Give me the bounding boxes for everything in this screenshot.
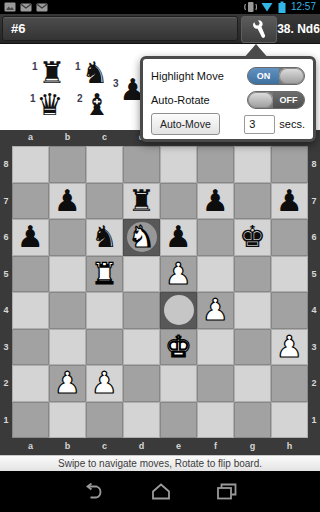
- coord-label: 2: [0, 365, 12, 402]
- app-screen: 12:57 #6 38. Nd6 1 ♜ 1 ♞ 3 ♟: [0, 0, 320, 512]
- square-d3[interactable]: [123, 329, 160, 366]
- highlight-move-toggle[interactable]: ON: [247, 67, 305, 85]
- square-b1[interactable]: [49, 402, 86, 439]
- clock: 12:57: [291, 0, 316, 14]
- wrench-icon: [249, 20, 269, 40]
- coord-label: 4: [308, 292, 320, 329]
- square-e8[interactable]: [160, 146, 197, 183]
- square-h7[interactable]: ♟: [271, 183, 308, 220]
- back-button[interactable]: [82, 483, 106, 500]
- square-f5[interactable]: [197, 256, 234, 293]
- square-f3[interactable]: [197, 329, 234, 366]
- square-h2[interactable]: [271, 365, 308, 402]
- square-e5[interactable]: ♟: [160, 256, 197, 293]
- highlight-move-label: Highlight Move: [151, 70, 224, 82]
- app-bar: #6 38. Nd6: [0, 14, 320, 44]
- coord-label: 4: [0, 292, 12, 329]
- coord-label: 6: [308, 219, 320, 256]
- captured-count: 1: [32, 61, 38, 72]
- email-icon: [20, 3, 32, 12]
- black-pawn[interactable]: ♟: [202, 186, 229, 216]
- auto-rotate-label: Auto-Rotate: [151, 94, 210, 106]
- coord-label: 7: [308, 183, 320, 220]
- file-labels-bottom: abcdefgh: [12, 439, 308, 454]
- square-g7[interactable]: [234, 183, 271, 220]
- square-c1[interactable]: [86, 402, 123, 439]
- coord-label: f: [197, 439, 234, 454]
- square-c5[interactable]: ♜: [86, 256, 123, 293]
- black-knight[interactable]: ♞: [91, 222, 118, 252]
- square-h6[interactable]: [271, 219, 308, 256]
- square-a6[interactable]: ♟: [12, 219, 49, 256]
- black-king[interactable]: ♚: [239, 222, 266, 252]
- auto-move-button[interactable]: Auto-Move: [151, 113, 220, 135]
- captured-rooks: 1 ♜: [32, 58, 65, 88]
- home-button[interactable]: [150, 483, 172, 500]
- coord-label: a: [12, 439, 49, 454]
- coord-label: 8: [0, 146, 12, 183]
- square-b5[interactable]: [49, 256, 86, 293]
- coord-label: 1: [0, 402, 12, 439]
- square-g1[interactable]: [234, 402, 271, 439]
- coord-label: 3: [308, 329, 320, 366]
- rank-labels-right: 87654321: [308, 146, 320, 438]
- captured-count: 2: [77, 93, 83, 104]
- square-c8[interactable]: [86, 146, 123, 183]
- rank-labels-left: 87654321: [0, 146, 12, 438]
- puzzle-number: #6: [11, 21, 25, 36]
- square-f7[interactable]: ♟: [197, 183, 234, 220]
- home-icon: [150, 483, 172, 500]
- navigation-bar: [0, 471, 320, 512]
- captured-count: 1: [75, 61, 81, 72]
- black-pawn[interactable]: ♟: [276, 186, 303, 216]
- white-pawn[interactable]: ♟: [276, 332, 303, 362]
- coord-label: a: [12, 130, 49, 145]
- square-h5[interactable]: [271, 256, 308, 293]
- white-rook[interactable]: ♜: [91, 259, 118, 289]
- toggle-off-state: OFF: [273, 92, 304, 108]
- square-g5[interactable]: [234, 256, 271, 293]
- square-c6[interactable]: ♞: [86, 219, 123, 256]
- black-knight-icon: ♞: [82, 58, 109, 88]
- coord-label: 2: [308, 365, 320, 402]
- coord-label: b: [49, 439, 86, 454]
- coord-label: e: [160, 439, 197, 454]
- square-c3[interactable]: [86, 329, 123, 366]
- square-d1[interactable]: [123, 402, 160, 439]
- square-d5[interactable]: [123, 256, 160, 293]
- captured-knights: 1 ♞: [75, 58, 108, 88]
- email-icon: [36, 3, 48, 12]
- square-d8[interactable]: [123, 146, 160, 183]
- square-c4[interactable]: [86, 292, 123, 329]
- square-e7[interactable]: [160, 183, 197, 220]
- seconds-unit-label: secs.: [279, 118, 305, 130]
- coord-label: c: [86, 130, 123, 145]
- coord-label: 1: [308, 402, 320, 439]
- coord-label: h: [271, 439, 308, 454]
- square-f2[interactable]: [197, 365, 234, 402]
- auto-rotate-toggle[interactable]: OFF: [247, 91, 305, 109]
- hint-bar: Swipe to navigate moves, Rotate to flip …: [0, 455, 320, 471]
- vibrate-icon: [244, 1, 257, 13]
- captured-count: 3: [113, 78, 119, 89]
- square-a7[interactable]: [12, 183, 49, 220]
- square-h4[interactable]: [271, 292, 308, 329]
- white-pawn[interactable]: ♟: [165, 259, 192, 289]
- square-e4[interactable]: [160, 292, 197, 329]
- coord-label: c: [86, 439, 123, 454]
- notification-icons: [4, 2, 48, 12]
- captured-queens: 1 ♛: [30, 90, 63, 120]
- square-g2[interactable]: [234, 365, 271, 402]
- back-icon: [82, 483, 106, 500]
- square-g8[interactable]: [234, 146, 271, 183]
- coord-label: 7: [0, 183, 12, 220]
- system-status-icons: 12:57: [244, 0, 316, 14]
- popup-caret: [243, 44, 269, 59]
- square-f6[interactable]: [197, 219, 234, 256]
- toggle-knob: [279, 68, 304, 84]
- move-highlight-circle: [164, 295, 194, 325]
- square-e1[interactable]: [160, 402, 197, 439]
- square-a5[interactable]: [12, 256, 49, 293]
- black-rook-icon: ♜: [39, 58, 66, 88]
- square-f8[interactable]: [197, 146, 234, 183]
- wifi-icon: [261, 2, 273, 12]
- square-a4[interactable]: [12, 292, 49, 329]
- white-pawn[interactable]: ♟: [91, 368, 118, 398]
- square-c7[interactable]: [86, 183, 123, 220]
- square-b4[interactable]: [49, 292, 86, 329]
- coord-label: 5: [0, 256, 12, 293]
- square-f4[interactable]: ♟: [197, 292, 234, 329]
- square-h1[interactable]: [271, 402, 308, 439]
- delay-seconds-input[interactable]: [244, 115, 275, 134]
- square-h8[interactable]: [271, 146, 308, 183]
- white-knight[interactable]: ♞: [128, 222, 155, 252]
- black-pawn[interactable]: ♟: [165, 222, 192, 252]
- captured-bishops: 2 ♝: [77, 90, 110, 120]
- square-e6[interactable]: ♟: [160, 219, 197, 256]
- square-g6[interactable]: ♚: [234, 219, 271, 256]
- recents-button[interactable]: [216, 483, 238, 500]
- black-pawn[interactable]: ♟: [54, 186, 81, 216]
- square-a3[interactable]: [12, 329, 49, 366]
- current-move-label[interactable]: 38. Nd6: [277, 14, 320, 43]
- square-d7[interactable]: ♜: [123, 183, 160, 220]
- settings-button[interactable]: [241, 16, 277, 43]
- toggle-knob: [248, 92, 273, 108]
- square-d6[interactable]: ♞: [123, 219, 160, 256]
- square-e2[interactable]: [160, 365, 197, 402]
- puzzle-title-panel[interactable]: #6: [2, 16, 238, 41]
- coord-label: 5: [308, 256, 320, 293]
- black-bishop-icon: ♝: [84, 90, 111, 120]
- square-a8[interactable]: [12, 146, 49, 183]
- coord-label: d: [123, 439, 160, 454]
- square-d2[interactable]: [123, 365, 160, 402]
- coord-label: 3: [0, 329, 12, 366]
- captured-count: 1: [30, 93, 36, 104]
- square-g4[interactable]: [234, 292, 271, 329]
- square-f1[interactable]: [197, 402, 234, 439]
- recents-icon: [216, 483, 238, 500]
- screenshot-icon: [4, 2, 16, 12]
- black-pawn[interactable]: ♟: [17, 222, 44, 252]
- white-pawn[interactable]: ♟: [54, 368, 81, 398]
- square-g3[interactable]: [234, 329, 271, 366]
- square-b7[interactable]: ♟: [49, 183, 86, 220]
- battery-icon: [277, 1, 287, 13]
- square-b3[interactable]: [49, 329, 86, 366]
- square-h3[interactable]: ♟: [271, 329, 308, 366]
- coord-label: g: [234, 439, 271, 454]
- square-a2[interactable]: [12, 365, 49, 402]
- square-b2[interactable]: ♟: [49, 365, 86, 402]
- white-king[interactable]: ♚: [165, 332, 192, 362]
- coord-label: 8: [308, 146, 320, 183]
- toggle-on-state: ON: [248, 68, 279, 84]
- settings-popup: Highlight Move ON Auto-Rotate OFF Auto-M…: [140, 56, 316, 142]
- black-queen-icon: ♛: [37, 90, 64, 120]
- square-c2[interactable]: ♟: [86, 365, 123, 402]
- square-d4[interactable]: [123, 292, 160, 329]
- coord-label: b: [49, 130, 86, 145]
- square-b6[interactable]: [49, 219, 86, 256]
- white-pawn[interactable]: ♟: [202, 295, 229, 325]
- square-e3[interactable]: ♚: [160, 329, 197, 366]
- square-b8[interactable]: [49, 146, 86, 183]
- square-a1[interactable]: [12, 402, 49, 439]
- coord-label: 6: [0, 219, 12, 256]
- board-grid: ♟♜♟♟♟♞♞♟♚♜♟♟♚♟♟♟: [12, 146, 308, 438]
- status-bar: 12:57: [0, 0, 320, 14]
- chess-board: abcdefgh 87654321 87654321 ♟♜♟♟♟♞♞♟♚♜♟♟♚…: [0, 130, 320, 455]
- black-rook[interactable]: ♜: [128, 186, 155, 216]
